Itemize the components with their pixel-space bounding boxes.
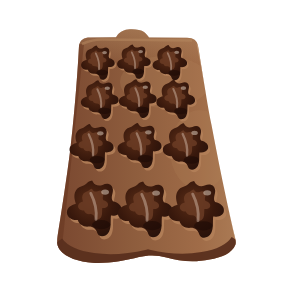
product-photo bbox=[0, 0, 300, 300]
chocolate-mould bbox=[0, 0, 300, 300]
